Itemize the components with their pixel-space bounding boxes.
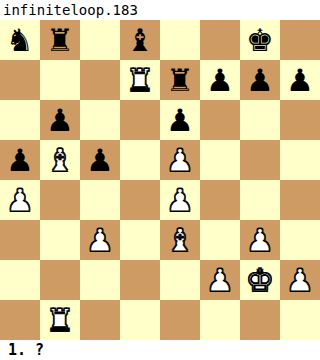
square-d4[interactable] (120, 180, 160, 220)
white-rook-d7: ♜ (126, 65, 154, 96)
square-c3[interactable]: ♟ (80, 220, 120, 260)
square-f6[interactable] (200, 100, 240, 140)
square-f5[interactable] (200, 140, 240, 180)
black-bishop-d8: ♝ (126, 25, 154, 56)
square-g8[interactable]: ♚ (240, 20, 280, 60)
square-g5[interactable] (240, 140, 280, 180)
white-rook-b1: ♜ (46, 305, 74, 336)
square-b2[interactable] (40, 260, 80, 300)
square-a5[interactable]: ♟ (0, 140, 40, 180)
square-d6[interactable] (120, 100, 160, 140)
square-c4[interactable] (80, 180, 120, 220)
square-a7[interactable] (0, 60, 40, 100)
square-d1[interactable] (120, 300, 160, 340)
square-h6[interactable] (280, 100, 320, 140)
square-h7[interactable]: ♟ (280, 60, 320, 100)
black-pawn-h7: ♟ (286, 65, 314, 96)
puzzle-title: infiniteloop.183 (3, 2, 138, 18)
white-pawn-c3: ♟ (86, 225, 114, 256)
square-h3[interactable] (280, 220, 320, 260)
square-g7[interactable]: ♟ (240, 60, 280, 100)
square-c8[interactable] (80, 20, 120, 60)
square-f1[interactable] (200, 300, 240, 340)
square-c2[interactable] (80, 260, 120, 300)
move-prompt: 1. ? (8, 341, 44, 359)
move-prompt-bar: 1. ? (0, 340, 320, 360)
square-b6[interactable]: ♟ (40, 100, 80, 140)
square-a4[interactable]: ♟ (0, 180, 40, 220)
black-pawn-a5: ♟ (6, 145, 34, 176)
white-pawn-a4: ♟ (6, 185, 34, 216)
black-pawn-f7: ♟ (206, 65, 234, 96)
square-c5[interactable]: ♟ (80, 140, 120, 180)
square-b7[interactable] (40, 60, 80, 100)
square-e5[interactable]: ♟ (160, 140, 200, 180)
black-knight-a8: ♞ (6, 25, 34, 56)
square-g6[interactable] (240, 100, 280, 140)
square-b3[interactable] (40, 220, 80, 260)
square-d7[interactable]: ♜ (120, 60, 160, 100)
white-bishop-b5: ♝ (46, 145, 74, 176)
square-h1[interactable] (280, 300, 320, 340)
square-g3[interactable]: ♟ (240, 220, 280, 260)
square-g1[interactable] (240, 300, 280, 340)
white-king-g2: ♚ (246, 265, 274, 296)
square-h4[interactable] (280, 180, 320, 220)
square-a8[interactable]: ♞ (0, 20, 40, 60)
white-pawn-e5: ♟ (166, 145, 194, 176)
white-pawn-h2: ♟ (286, 265, 314, 296)
square-e8[interactable] (160, 20, 200, 60)
square-a2[interactable] (0, 260, 40, 300)
square-e1[interactable] (160, 300, 200, 340)
square-g2[interactable]: ♚ (240, 260, 280, 300)
square-f3[interactable] (200, 220, 240, 260)
white-pawn-g3: ♟ (246, 225, 274, 256)
white-bishop-e3: ♝ (166, 225, 194, 256)
square-e7[interactable]: ♜ (160, 60, 200, 100)
square-h5[interactable] (280, 140, 320, 180)
square-c1[interactable] (80, 300, 120, 340)
square-d2[interactable] (120, 260, 160, 300)
square-d3[interactable] (120, 220, 160, 260)
white-pawn-f2: ♟ (206, 265, 234, 296)
black-rook-b8: ♜ (46, 25, 74, 56)
black-pawn-b6: ♟ (46, 105, 74, 136)
puzzle-title-bar: infiniteloop.183 (0, 0, 320, 20)
square-f8[interactable] (200, 20, 240, 60)
square-d8[interactable]: ♝ (120, 20, 160, 60)
square-b1[interactable]: ♜ (40, 300, 80, 340)
square-f7[interactable]: ♟ (200, 60, 240, 100)
black-pawn-g7: ♟ (246, 65, 274, 96)
black-king-g8: ♚ (246, 25, 274, 56)
square-e4[interactable]: ♟ (160, 180, 200, 220)
black-pawn-e6: ♟ (166, 105, 194, 136)
square-h8[interactable] (280, 20, 320, 60)
chess-board: ♞♜♝♚♜♜♟♟♟♟♟♟♝♟♟♟♟♟♝♟♟♚♟♜ (0, 20, 320, 340)
square-c6[interactable] (80, 100, 120, 140)
square-a3[interactable] (0, 220, 40, 260)
square-f2[interactable]: ♟ (200, 260, 240, 300)
square-e6[interactable]: ♟ (160, 100, 200, 140)
square-g4[interactable] (240, 180, 280, 220)
square-a6[interactable] (0, 100, 40, 140)
square-c7[interactable] (80, 60, 120, 100)
square-h2[interactable]: ♟ (280, 260, 320, 300)
square-b8[interactable]: ♜ (40, 20, 80, 60)
white-pawn-e4: ♟ (166, 185, 194, 216)
square-b4[interactable] (40, 180, 80, 220)
square-d5[interactable] (120, 140, 160, 180)
square-e2[interactable] (160, 260, 200, 300)
black-rook-e7: ♜ (166, 65, 194, 96)
square-a1[interactable] (0, 300, 40, 340)
square-e3[interactable]: ♝ (160, 220, 200, 260)
square-b5[interactable]: ♝ (40, 140, 80, 180)
black-pawn-c5: ♟ (86, 145, 114, 176)
square-f4[interactable] (200, 180, 240, 220)
